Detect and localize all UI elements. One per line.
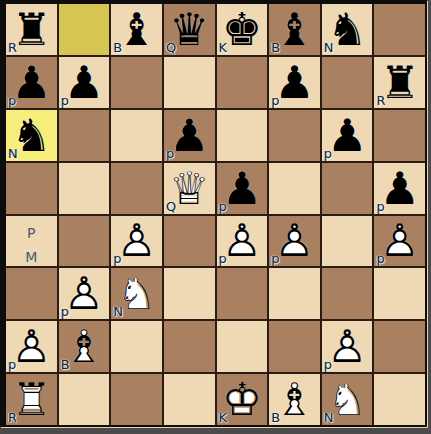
square-a5[interactable]: [6, 163, 57, 214]
square-e2[interactable]: [217, 321, 268, 372]
chess-board: ♖♜R♗♝B♕♛Q♔♚K♗♝B♘♞N♙♟p♙♟p♙♟p♖♜R♘♞N♙♟p♙♟p♛…: [6, 4, 425, 425]
white-queen-icon: ♛♕: [164, 163, 215, 214]
square-c3[interactable]: ♞♘N: [111, 268, 162, 319]
black-pawn-icon: ♙♟: [164, 110, 215, 161]
white-king-icon: ♚♔: [217, 374, 268, 425]
square-e5[interactable]: ♙♟p: [217, 163, 268, 214]
square-f3[interactable]: [269, 268, 320, 319]
chess-app-window: ♖♜R♗♝B♕♛Q♔♚K♗♝B♘♞N♙♟p♙♟p♙♟p♖♜R♘♞N♙♟p♙♟p♛…: [0, 0, 431, 434]
square-a6[interactable]: ♘♞N: [6, 110, 57, 161]
black-king-icon: ♔♚: [217, 4, 268, 55]
square-h8[interactable]: [374, 4, 425, 55]
square-a1[interactable]: ♜♖R: [6, 374, 57, 425]
square-b8[interactable]: [59, 4, 110, 55]
square-c2[interactable]: [111, 321, 162, 372]
square-a7[interactable]: ♙♟p: [6, 57, 57, 108]
square-d4[interactable]: [164, 216, 215, 267]
square-h6[interactable]: [374, 110, 425, 161]
white-rook-icon: ♜♖: [6, 374, 57, 425]
square-d2[interactable]: [164, 321, 215, 372]
square-e4[interactable]: ♟♙p: [217, 216, 268, 267]
square-f4[interactable]: ♟♙p: [269, 216, 320, 267]
square-g4[interactable]: [322, 216, 373, 267]
square-g3[interactable]: [322, 268, 373, 319]
square-e7[interactable]: [217, 57, 268, 108]
square-g1[interactable]: ♞♘N: [322, 374, 373, 425]
square-b3[interactable]: ♟♙p: [59, 268, 110, 319]
square-c6[interactable]: [111, 110, 162, 161]
square-c5[interactable]: [111, 163, 162, 214]
black-pawn-icon: ♙♟: [374, 163, 425, 214]
white-pawn-icon: ♟♙: [6, 321, 57, 372]
black-knight-icon: ♘♞: [322, 4, 373, 55]
square-f7[interactable]: ♙♟p: [269, 57, 320, 108]
square-e1[interactable]: ♚♔K: [217, 374, 268, 425]
black-queen-icon: ♕♛: [164, 4, 215, 55]
square-f1[interactable]: ♝♗B: [269, 374, 320, 425]
square-a8[interactable]: ♖♜R: [6, 4, 57, 55]
square-b2[interactable]: ♝♗B: [59, 321, 110, 372]
white-bishop-icon: ♝♗: [269, 374, 320, 425]
square-d1[interactable]: [164, 374, 215, 425]
square-g5[interactable]: [322, 163, 373, 214]
square-text-annotation: PM: [6, 216, 57, 267]
white-pawn-icon: ♟♙: [59, 268, 110, 319]
square-b1[interactable]: [59, 374, 110, 425]
white-pawn-icon: ♟♙: [374, 216, 425, 267]
square-g8[interactable]: ♘♞N: [322, 4, 373, 55]
black-pawn-icon: ♙♟: [269, 57, 320, 108]
square-d3[interactable]: [164, 268, 215, 319]
white-pawn-icon: ♟♙: [269, 216, 320, 267]
square-a2[interactable]: ♟♙p: [6, 321, 57, 372]
black-bishop-icon: ♗♝: [269, 4, 320, 55]
square-d7[interactable]: [164, 57, 215, 108]
square-f5[interactable]: [269, 163, 320, 214]
white-knight-icon: ♞♘: [111, 268, 162, 319]
black-rook-icon: ♖♜: [6, 4, 57, 55]
black-pawn-icon: ♙♟: [322, 110, 373, 161]
black-bishop-icon: ♗♝: [111, 4, 162, 55]
square-d5[interactable]: ♛♕Q: [164, 163, 215, 214]
white-knight-icon: ♞♘: [322, 374, 373, 425]
square-c1[interactable]: [111, 374, 162, 425]
white-bishop-icon: ♝♗: [59, 321, 110, 372]
square-c8[interactable]: ♗♝B: [111, 4, 162, 55]
square-c7[interactable]: [111, 57, 162, 108]
square-d6[interactable]: ♙♟p: [164, 110, 215, 161]
square-b6[interactable]: [59, 110, 110, 161]
square-h1[interactable]: [374, 374, 425, 425]
square-d8[interactable]: ♕♛Q: [164, 4, 215, 55]
square-g7[interactable]: [322, 57, 373, 108]
square-h7[interactable]: ♖♜R: [374, 57, 425, 108]
square-b4[interactable]: [59, 216, 110, 267]
square-e3[interactable]: [217, 268, 268, 319]
white-pawn-icon: ♟♙: [111, 216, 162, 267]
square-e8[interactable]: ♔♚K: [217, 4, 268, 55]
square-h4[interactable]: ♟♙p: [374, 216, 425, 267]
square-e6[interactable]: [217, 110, 268, 161]
square-g2[interactable]: ♟♙p: [322, 321, 373, 372]
black-pawn-icon: ♙♟: [217, 163, 268, 214]
black-knight-icon: ♘♞: [6, 110, 57, 161]
square-f8[interactable]: ♗♝B: [269, 4, 320, 55]
square-a4[interactable]: PM: [6, 216, 57, 267]
black-pawn-icon: ♙♟: [59, 57, 110, 108]
black-rook-icon: ♖♜: [374, 57, 425, 108]
square-h2[interactable]: [374, 321, 425, 372]
square-a3[interactable]: [6, 268, 57, 319]
square-b5[interactable]: [59, 163, 110, 214]
square-c4[interactable]: ♟♙p: [111, 216, 162, 267]
square-b7[interactable]: ♙♟p: [59, 57, 110, 108]
chess-board-frame: ♖♜R♗♝B♕♛Q♔♚K♗♝B♘♞N♙♟p♙♟p♙♟p♖♜R♘♞N♙♟p♙♟p♛…: [0, 0, 427, 427]
square-g6[interactable]: ♙♟p: [322, 110, 373, 161]
white-pawn-icon: ♟♙: [217, 216, 268, 267]
square-f6[interactable]: [269, 110, 320, 161]
square-h5[interactable]: ♙♟p: [374, 163, 425, 214]
white-pawn-icon: ♟♙: [322, 321, 373, 372]
square-f2[interactable]: [269, 321, 320, 372]
square-h3[interactable]: [374, 268, 425, 319]
black-pawn-icon: ♙♟: [6, 57, 57, 108]
